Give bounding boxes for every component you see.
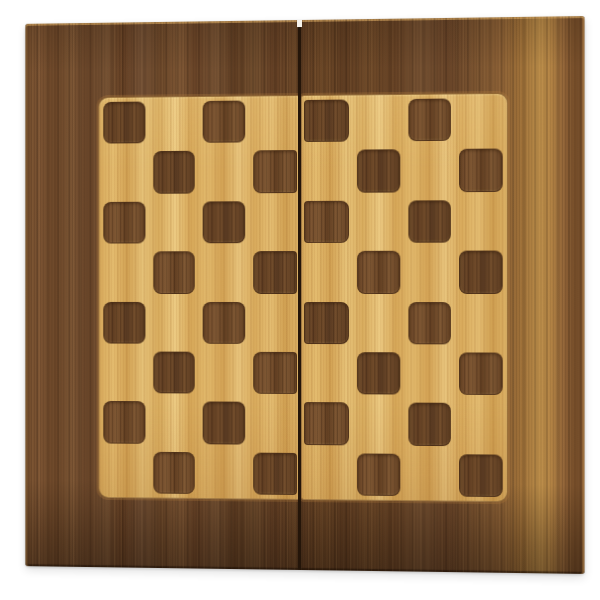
square-h5[interactable] [455, 247, 507, 298]
square-c3[interactable] [199, 348, 249, 398]
squares-grid-left [99, 96, 298, 499]
square-b7[interactable] [149, 147, 199, 197]
square-d8[interactable] [249, 96, 298, 147]
square-e7[interactable] [302, 146, 353, 197]
square-h1[interactable] [455, 450, 507, 501]
squares-grid-right [302, 94, 507, 501]
board-half-right [301, 16, 585, 574]
square-f2[interactable] [353, 399, 404, 450]
square-h6[interactable] [455, 196, 507, 247]
walnut-inlay-square [153, 351, 195, 393]
square-h7[interactable] [455, 145, 507, 196]
walnut-inlay-square [357, 453, 400, 496]
square-h2[interactable] [455, 399, 507, 450]
walnut-inlay-square [304, 402, 349, 445]
square-f6[interactable] [353, 196, 404, 247]
square-g8[interactable] [404, 94, 455, 145]
square-b6[interactable] [149, 197, 199, 247]
folding-chessboard [25, 16, 584, 574]
square-g6[interactable] [404, 196, 455, 247]
walnut-inlay-square [304, 302, 349, 344]
checker-panel-right [301, 93, 508, 502]
walnut-inlay-square [304, 201, 349, 244]
walnut-inlay-square [357, 251, 400, 294]
board-half-left [25, 20, 298, 570]
walnut-inlay-square [459, 352, 502, 395]
square-g4[interactable] [404, 298, 455, 349]
square-g2[interactable] [404, 399, 455, 450]
square-a2[interactable] [99, 397, 149, 447]
square-d7[interactable] [249, 146, 298, 197]
square-f5[interactable] [353, 247, 404, 298]
walnut-inlay-square [253, 251, 297, 293]
walnut-inlay-square [203, 201, 245, 243]
square-a7[interactable] [99, 148, 149, 198]
square-a8[interactable] [99, 98, 149, 148]
walnut-inlay-square [203, 301, 245, 343]
square-e6[interactable] [302, 196, 353, 247]
walnut-inlay-square [304, 100, 349, 143]
walnut-inlay-square [408, 200, 451, 243]
square-a5[interactable] [99, 247, 149, 297]
walnut-inlay-square [103, 201, 145, 243]
square-b8[interactable] [149, 97, 199, 147]
walnut-inlay-square [459, 251, 502, 294]
square-d2[interactable] [249, 398, 298, 449]
square-d6[interactable] [249, 197, 298, 247]
walnut-inlay-square [459, 454, 502, 497]
square-c5[interactable] [199, 247, 249, 297]
walnut-inlay-square [357, 150, 400, 193]
square-b1[interactable] [149, 447, 199, 498]
walnut-inlay-square [253, 150, 297, 193]
square-c1[interactable] [199, 448, 249, 499]
walnut-inlay-square [357, 352, 400, 395]
square-e1[interactable] [302, 449, 353, 500]
square-g7[interactable] [404, 145, 455, 196]
square-d1[interactable] [249, 448, 298, 499]
square-d5[interactable] [249, 247, 298, 297]
photo-background [0, 0, 600, 600]
square-c4[interactable] [199, 297, 249, 347]
square-d3[interactable] [249, 348, 298, 399]
square-c6[interactable] [199, 197, 249, 247]
square-a1[interactable] [99, 447, 149, 497]
square-b3[interactable] [149, 347, 199, 397]
walnut-inlay-square [153, 251, 195, 293]
square-b2[interactable] [149, 397, 199, 447]
walnut-inlay-square [408, 99, 451, 142]
square-e2[interactable] [302, 398, 353, 449]
walnut-inlay-square [459, 149, 502, 192]
square-c8[interactable] [199, 97, 249, 148]
square-e3[interactable] [302, 348, 353, 399]
walnut-inlay-square [153, 451, 195, 493]
square-c2[interactable] [199, 398, 249, 449]
square-a4[interactable] [99, 297, 149, 347]
walnut-inlay-square [103, 401, 145, 443]
square-e5[interactable] [302, 247, 353, 298]
square-f8[interactable] [353, 95, 404, 146]
square-b4[interactable] [149, 297, 199, 347]
square-h4[interactable] [455, 298, 507, 349]
checker-panel-left [98, 95, 298, 500]
walnut-inlay-square [408, 403, 451, 446]
hinge-seam-gap [297, 20, 302, 27]
square-g1[interactable] [404, 449, 455, 500]
square-f3[interactable] [353, 348, 404, 399]
square-a6[interactable] [99, 198, 149, 248]
walnut-inlay-square [408, 302, 451, 345]
square-h3[interactable] [455, 348, 507, 399]
walnut-inlay-square [203, 402, 245, 444]
walnut-inlay-square [203, 101, 245, 144]
walnut-inlay-square [253, 352, 297, 394]
square-f4[interactable] [353, 298, 404, 349]
square-b5[interactable] [149, 247, 199, 297]
square-g5[interactable] [404, 247, 455, 298]
square-a3[interactable] [99, 347, 149, 397]
square-c7[interactable] [199, 147, 249, 197]
square-d4[interactable] [249, 297, 298, 347]
square-f7[interactable] [353, 146, 404, 197]
walnut-inlay-square [103, 102, 145, 144]
square-e4[interactable] [302, 298, 353, 349]
walnut-inlay-square [253, 452, 297, 495]
square-h8[interactable] [455, 94, 507, 145]
square-g3[interactable] [404, 348, 455, 399]
walnut-inlay-square [103, 301, 145, 343]
square-e8[interactable] [302, 95, 353, 146]
walnut-inlay-square [153, 151, 195, 193]
square-f1[interactable] [353, 449, 404, 500]
